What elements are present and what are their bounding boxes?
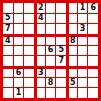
cell-r5c2[interactable] xyxy=(14,46,24,56)
cell-r3c5[interactable] xyxy=(46,24,56,34)
cell-r2c3[interactable] xyxy=(24,14,34,24)
cell-r9c9[interactable] xyxy=(88,88,98,98)
cell-r9c3[interactable] xyxy=(24,88,34,98)
cell-r9c5[interactable] xyxy=(46,88,56,98)
cell-r4c9[interactable] xyxy=(88,35,98,45)
cell-r3c7[interactable] xyxy=(67,24,77,34)
cell-r7c3[interactable] xyxy=(24,67,34,77)
cell-r6c5[interactable] xyxy=(46,56,56,66)
cell-r6c7[interactable] xyxy=(67,56,77,66)
cell-r3c2[interactable] xyxy=(14,24,24,34)
cell-r9c1[interactable] xyxy=(3,88,13,98)
cell-r4c8[interactable] xyxy=(78,35,88,45)
cell-r2c9[interactable] xyxy=(88,14,98,24)
cell-r5c8[interactable] xyxy=(78,46,88,56)
cell-r9c4[interactable] xyxy=(35,88,45,98)
cell-r6c4[interactable] xyxy=(35,56,45,66)
cell-r7c9[interactable] xyxy=(88,67,98,77)
cell-r8c9[interactable] xyxy=(88,78,98,88)
cell-r6c9[interactable] xyxy=(88,56,98,66)
cell-r9c2[interactable]: 1 xyxy=(14,88,24,98)
cell-r4c2[interactable] xyxy=(14,35,24,45)
cell-r1c2[interactable] xyxy=(14,3,24,13)
cell-r5c4[interactable] xyxy=(35,46,45,56)
cell-r9c8[interactable] xyxy=(78,88,88,98)
cell-r8c7[interactable]: 5 xyxy=(67,78,77,88)
sudoku-board: 21654734865763851 xyxy=(0,0,101,101)
cell-r4c7[interactable]: 8 xyxy=(67,35,77,45)
cell-r8c5[interactable]: 8 xyxy=(46,78,56,88)
cell-r8c2[interactable] xyxy=(14,78,24,88)
cell-r5c9[interactable] xyxy=(88,46,98,56)
cell-r8c3[interactable] xyxy=(24,78,34,88)
cell-r7c5[interactable] xyxy=(46,67,56,77)
cell-r6c2[interactable] xyxy=(14,56,24,66)
cell-r3c6[interactable] xyxy=(56,24,66,34)
cell-r8c6[interactable] xyxy=(56,78,66,88)
cell-r5c1[interactable] xyxy=(3,46,13,56)
cell-r4c6[interactable] xyxy=(56,35,66,45)
cell-r5c5[interactable]: 6 xyxy=(46,46,56,56)
cell-r5c7[interactable] xyxy=(67,46,77,56)
cell-r1c4[interactable]: 2 xyxy=(35,3,45,13)
cell-r6c1[interactable] xyxy=(3,56,13,66)
cell-r2c5[interactable] xyxy=(46,14,56,24)
cell-r4c3[interactable] xyxy=(24,35,34,45)
cell-r8c8[interactable] xyxy=(78,78,88,88)
cell-r3c4[interactable] xyxy=(35,24,45,34)
cell-r5c6[interactable]: 5 xyxy=(56,46,66,56)
cell-r7c2[interactable]: 6 xyxy=(14,67,24,77)
cell-r4c1[interactable]: 4 xyxy=(3,35,13,45)
cell-r3c3[interactable] xyxy=(24,24,34,34)
cell-r2c1[interactable]: 5 xyxy=(3,14,13,24)
cell-r6c6[interactable]: 7 xyxy=(56,56,66,66)
cell-r3c8[interactable]: 3 xyxy=(78,24,88,34)
cell-r2c2[interactable] xyxy=(14,14,24,24)
cell-r7c4[interactable]: 3 xyxy=(35,67,45,77)
cell-r2c7[interactable] xyxy=(67,14,77,24)
cell-r2c8[interactable] xyxy=(78,14,88,24)
cell-r7c8[interactable] xyxy=(78,67,88,77)
cell-r1c9[interactable]: 6 xyxy=(88,3,98,13)
cell-r1c8[interactable]: 1 xyxy=(78,3,88,13)
cell-r3c9[interactable] xyxy=(88,24,98,34)
cell-r7c1[interactable] xyxy=(3,67,13,77)
cell-r9c7[interactable] xyxy=(67,88,77,98)
cell-r7c7[interactable] xyxy=(67,67,77,77)
cell-r9c6[interactable] xyxy=(56,88,66,98)
cell-r8c4[interactable] xyxy=(35,78,45,88)
cell-r3c1[interactable]: 7 xyxy=(3,24,13,34)
cell-r6c3[interactable] xyxy=(24,56,34,66)
cell-r4c5[interactable] xyxy=(46,35,56,45)
cell-r8c1[interactable] xyxy=(3,78,13,88)
cell-r5c3[interactable] xyxy=(24,46,34,56)
cell-r6c8[interactable] xyxy=(78,56,88,66)
cell-r2c6[interactable] xyxy=(56,14,66,24)
cell-r1c5[interactable] xyxy=(46,3,56,13)
cell-r1c1[interactable] xyxy=(3,3,13,13)
cell-r1c7[interactable] xyxy=(67,3,77,13)
cell-r2c4[interactable]: 4 xyxy=(35,14,45,24)
cell-r7c6[interactable] xyxy=(56,67,66,77)
cell-r4c4[interactable] xyxy=(35,35,45,45)
cell-r1c3[interactable] xyxy=(24,3,34,13)
cell-r1c6[interactable] xyxy=(56,3,66,13)
